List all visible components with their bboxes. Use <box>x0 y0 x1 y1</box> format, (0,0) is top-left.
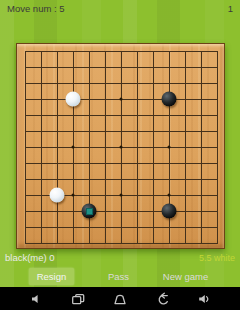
back-icon[interactable] <box>154 292 170 306</box>
resign-button-cell: Resign <box>18 268 85 285</box>
pass-button[interactable]: Pass <box>100 268 137 285</box>
white-stone <box>50 188 65 203</box>
star-point <box>168 146 171 149</box>
grid-line <box>217 51 218 244</box>
recent-apps-icon[interactable] <box>70 292 86 306</box>
grid-line <box>25 243 218 244</box>
star-point <box>120 194 123 197</box>
grid-line <box>25 179 218 180</box>
status-row: black(me) 0 5.5 white <box>0 251 240 264</box>
volume-icon[interactable] <box>196 292 212 306</box>
app-screen: Move num : 5 1 black(me) 0 5.5 white Res… <box>0 0 240 310</box>
star-point <box>72 146 75 149</box>
last-move-marker <box>86 208 93 215</box>
move-counter: Move num : 5 <box>7 3 65 14</box>
action-button-row: Resign Pass New game <box>0 266 240 287</box>
volume-silent-icon[interactable] <box>28 292 44 306</box>
black-stone <box>82 204 97 219</box>
black-stone <box>162 92 177 107</box>
star-point <box>72 194 75 197</box>
home-icon[interactable] <box>112 292 128 306</box>
top-bar-right-indicator: 1 <box>228 3 233 14</box>
white-komi-label: 5.5 white <box>199 253 235 263</box>
resign-button[interactable]: Resign <box>29 268 75 285</box>
star-point <box>168 194 171 197</box>
white-stone <box>66 92 81 107</box>
grid-line <box>153 51 154 244</box>
pass-button-cell: Pass <box>85 268 152 285</box>
new-game-button[interactable]: New game <box>155 268 216 285</box>
grid-line <box>201 51 202 244</box>
grid-line <box>137 51 138 244</box>
grid-line <box>25 227 218 228</box>
black-stone <box>162 204 177 219</box>
grid-line <box>25 211 218 212</box>
new-game-button-cell: New game <box>152 268 219 285</box>
grid-line <box>185 51 186 244</box>
top-bar: Move num : 5 1 <box>0 0 240 16</box>
grid-line <box>25 163 218 164</box>
go-board[interactable] <box>16 43 225 249</box>
android-nav-bar <box>0 287 240 310</box>
black-score-label: black(me) 0 <box>5 252 55 263</box>
star-point <box>120 98 123 101</box>
star-point <box>120 146 123 149</box>
